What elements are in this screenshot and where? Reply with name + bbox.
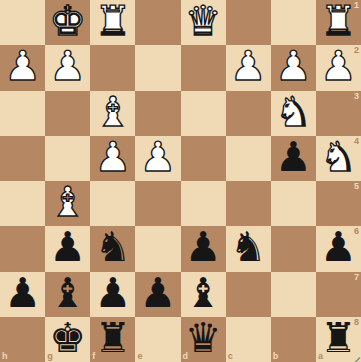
rank-label-6: 6 bbox=[354, 227, 359, 236]
white-rook: ♜ bbox=[320, 1, 357, 42]
square-g2[interactable]: ♟ bbox=[45, 45, 90, 90]
white-knight: ♞ bbox=[275, 92, 312, 133]
square-d8[interactable]: ♛d bbox=[181, 317, 226, 362]
black-knight: ♞ bbox=[230, 227, 267, 268]
black-bishop: ♝ bbox=[49, 273, 86, 314]
square-e3[interactable] bbox=[135, 91, 180, 136]
square-b3[interactable]: ♞ bbox=[271, 91, 316, 136]
rank-label-7: 7 bbox=[354, 273, 359, 282]
square-g4[interactable] bbox=[45, 136, 90, 181]
square-a2[interactable]: ♟2 bbox=[316, 45, 361, 90]
black-queen: ♛ bbox=[185, 318, 222, 359]
white-pawn: ♟ bbox=[320, 46, 357, 87]
white-knight: ♞ bbox=[320, 137, 357, 178]
black-pawn: ♟ bbox=[185, 227, 222, 268]
chess-diagram: ♚♜♛♜1♟♟♟♟♟2♝♞3♟♟♟♞4♝5♟♞♟♞♟6♟♝♟♟♝7h♚g♜fe♛… bbox=[0, 0, 361, 362]
square-d7[interactable]: ♝ bbox=[181, 272, 226, 317]
black-pawn: ♟ bbox=[275, 137, 312, 178]
square-f2[interactable] bbox=[90, 45, 135, 90]
square-d6[interactable]: ♟ bbox=[181, 226, 226, 271]
file-label-d: d bbox=[183, 352, 189, 361]
file-label-g: g bbox=[47, 352, 53, 361]
file-label-h: h bbox=[2, 352, 8, 361]
rank-label-2: 2 bbox=[354, 46, 359, 55]
square-c1[interactable] bbox=[226, 0, 271, 45]
square-g3[interactable] bbox=[45, 91, 90, 136]
square-e6[interactable] bbox=[135, 226, 180, 271]
square-g7[interactable]: ♝ bbox=[45, 272, 90, 317]
white-queen: ♛ bbox=[185, 1, 222, 42]
black-pawn: ♟ bbox=[49, 227, 86, 268]
square-a3[interactable]: 3 bbox=[316, 91, 361, 136]
white-pawn: ♟ bbox=[140, 137, 177, 178]
white-pawn: ♟ bbox=[49, 46, 86, 87]
square-h8[interactable]: h bbox=[0, 317, 45, 362]
white-bishop: ♝ bbox=[94, 92, 131, 133]
file-label-f: f bbox=[92, 352, 95, 361]
square-d1[interactable]: ♛ bbox=[181, 0, 226, 45]
square-g1[interactable]: ♚ bbox=[45, 0, 90, 45]
square-b4[interactable]: ♟ bbox=[271, 136, 316, 181]
file-label-e: e bbox=[137, 352, 142, 361]
square-c2[interactable]: ♟ bbox=[226, 45, 271, 90]
square-e7[interactable]: ♟ bbox=[135, 272, 180, 317]
black-rook: ♜ bbox=[94, 318, 131, 359]
square-f6[interactable]: ♞ bbox=[90, 226, 135, 271]
square-f8[interactable]: ♜f bbox=[90, 317, 135, 362]
square-d3[interactable] bbox=[181, 91, 226, 136]
square-b5[interactable] bbox=[271, 181, 316, 226]
file-label-a: a bbox=[318, 352, 323, 361]
square-c7[interactable] bbox=[226, 272, 271, 317]
file-label-b: b bbox=[273, 352, 279, 361]
square-d2[interactable] bbox=[181, 45, 226, 90]
black-knight: ♞ bbox=[94, 227, 131, 268]
square-c4[interactable] bbox=[226, 136, 271, 181]
square-h3[interactable] bbox=[0, 91, 45, 136]
file-label-c: c bbox=[228, 352, 233, 361]
resize-grip-icon[interactable] bbox=[351, 352, 361, 362]
black-pawn: ♟ bbox=[4, 273, 41, 314]
square-f5[interactable] bbox=[90, 181, 135, 226]
square-c8[interactable]: c bbox=[226, 317, 271, 362]
square-e2[interactable] bbox=[135, 45, 180, 90]
square-a7[interactable]: 7 bbox=[316, 272, 361, 317]
square-g8[interactable]: ♚g bbox=[45, 317, 90, 362]
rank-label-3: 3 bbox=[354, 92, 359, 101]
square-h2[interactable]: ♟ bbox=[0, 45, 45, 90]
square-d4[interactable] bbox=[181, 136, 226, 181]
white-king: ♚ bbox=[49, 1, 86, 42]
black-pawn: ♟ bbox=[320, 227, 357, 268]
rank-label-4: 4 bbox=[354, 137, 359, 146]
square-f1[interactable]: ♜ bbox=[90, 0, 135, 45]
diagonal-grip-icon bbox=[351, 356, 361, 362]
square-e1[interactable] bbox=[135, 0, 180, 45]
square-b2[interactable]: ♟ bbox=[271, 45, 316, 90]
square-f7[interactable]: ♟ bbox=[90, 272, 135, 317]
square-f4[interactable]: ♟ bbox=[90, 136, 135, 181]
square-a1[interactable]: ♜1 bbox=[316, 0, 361, 45]
square-e5[interactable] bbox=[135, 181, 180, 226]
rank-label-5: 5 bbox=[354, 182, 359, 191]
black-pawn: ♟ bbox=[94, 273, 131, 314]
square-c6[interactable]: ♞ bbox=[226, 226, 271, 271]
square-c3[interactable] bbox=[226, 91, 271, 136]
black-king: ♚ bbox=[49, 318, 86, 359]
rank-label-1: 1 bbox=[354, 1, 359, 10]
square-a5[interactable]: 5 bbox=[316, 181, 361, 226]
square-g5[interactable]: ♝ bbox=[45, 181, 90, 226]
white-rook: ♜ bbox=[94, 1, 131, 42]
square-h7[interactable]: ♟ bbox=[0, 272, 45, 317]
square-b7[interactable] bbox=[271, 272, 316, 317]
white-pawn: ♟ bbox=[4, 46, 41, 87]
black-bishop: ♝ bbox=[185, 273, 222, 314]
square-b6[interactable] bbox=[271, 226, 316, 271]
square-b1[interactable] bbox=[271, 0, 316, 45]
white-bishop: ♝ bbox=[49, 182, 86, 223]
white-pawn: ♟ bbox=[94, 137, 131, 178]
square-h6[interactable] bbox=[0, 226, 45, 271]
chess-board: ♚♜♛♜1♟♟♟♟♟2♝♞3♟♟♟♞4♝5♟♞♟♞♟6♟♝♟♟♝7h♚g♜fe♛… bbox=[0, 0, 361, 362]
square-d5[interactable] bbox=[181, 181, 226, 226]
square-f3[interactable]: ♝ bbox=[90, 91, 135, 136]
square-b8[interactable]: b bbox=[271, 317, 316, 362]
square-g6[interactable]: ♟ bbox=[45, 226, 90, 271]
white-pawn: ♟ bbox=[230, 46, 267, 87]
square-h1[interactable] bbox=[0, 0, 45, 45]
square-h4[interactable] bbox=[0, 136, 45, 181]
black-pawn: ♟ bbox=[140, 273, 177, 314]
square-e8[interactable]: e bbox=[135, 317, 180, 362]
square-a4[interactable]: ♞4 bbox=[316, 136, 361, 181]
square-e4[interactable]: ♟ bbox=[135, 136, 180, 181]
square-a6[interactable]: ♟6 bbox=[316, 226, 361, 271]
square-c5[interactable] bbox=[226, 181, 271, 226]
square-h5[interactable] bbox=[0, 181, 45, 226]
white-pawn: ♟ bbox=[275, 46, 312, 87]
rank-label-8: 8 bbox=[354, 318, 359, 327]
